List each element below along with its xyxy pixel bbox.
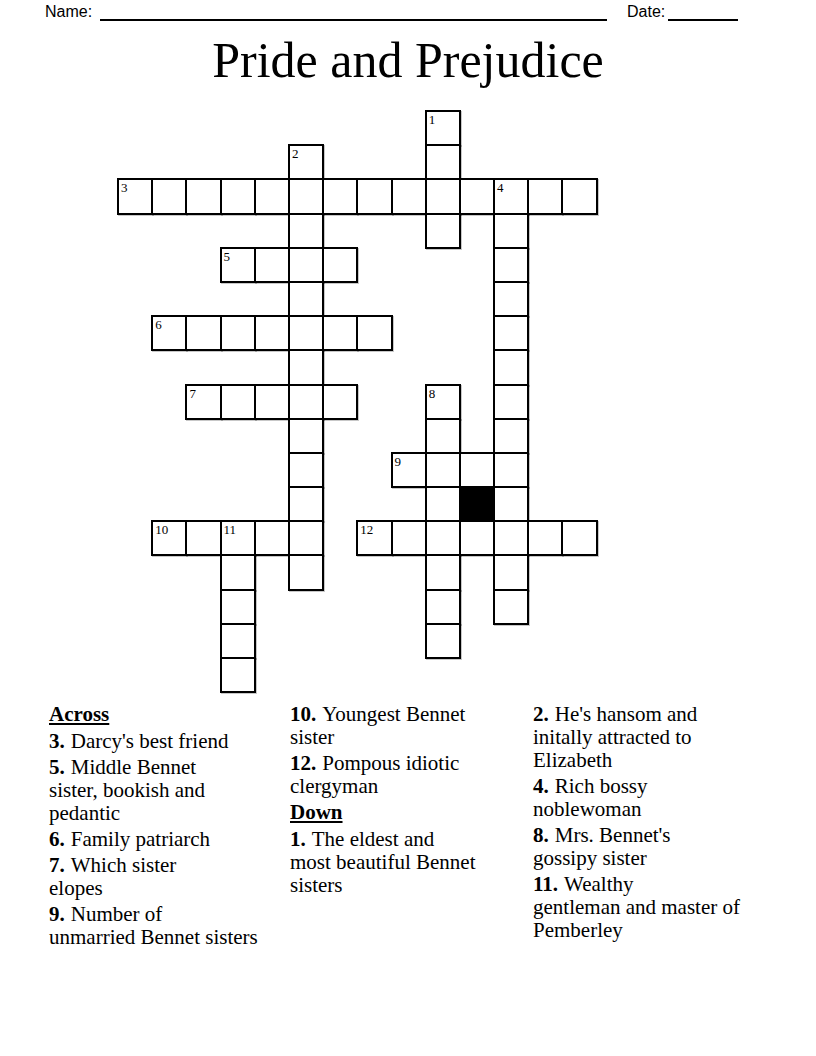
clue-list-heading: Across (49, 703, 289, 726)
clue: 12.Pompous idiotic clergyman (290, 752, 533, 798)
grid-cell[interactable] (493, 247, 529, 283)
clue-text: Wealthy gentleman and master of Pemberle… (533, 872, 740, 942)
grid-cell[interactable] (425, 520, 461, 556)
clue-number: 6 (155, 318, 162, 331)
grid-cell[interactable] (185, 520, 221, 556)
grid-cell[interactable] (425, 589, 461, 625)
grid-cell[interactable] (493, 384, 529, 420)
clue-text: Mrs. Bennet's gossipy sister (533, 823, 671, 870)
clue-text: Number of unmarried Bennet sisters (49, 902, 258, 949)
grid-cell[interactable] (254, 247, 290, 283)
grid-cell[interactable] (493, 554, 529, 590)
clue-number: 8 (429, 387, 436, 400)
clue-number: 5 (224, 250, 231, 263)
grid-cell[interactable] (220, 384, 256, 420)
grid-cell[interactable] (493, 213, 529, 249)
grid-cell[interactable] (220, 178, 256, 214)
clue-number: 7 (189, 387, 196, 400)
grid-cell[interactable] (493, 486, 529, 522)
clue-text: The eldest and most beautiful Bennet sis… (290, 827, 475, 897)
clue: 4.Rich bossy noblewoman (533, 775, 783, 821)
grid-cell[interactable] (425, 178, 461, 214)
grid-cell[interactable] (288, 418, 324, 454)
clue: 8.Mrs. Bennet's gossipy sister (533, 824, 783, 870)
clue-number-label: 2. (533, 702, 549, 726)
date-label: Date: (627, 2, 665, 21)
clue-number-label: 5. (49, 755, 65, 779)
grid-cell[interactable] (425, 213, 461, 249)
clue: 6.Family patriarch (49, 828, 289, 851)
grid-cell[interactable] (356, 315, 392, 351)
grid-cell[interactable] (288, 315, 324, 351)
grid-cell[interactable]: 1 (425, 110, 461, 146)
grid-cell[interactable]: 9 (391, 452, 427, 488)
grid-cell[interactable] (151, 178, 187, 214)
grid-cell[interactable] (493, 418, 529, 454)
grid-cell[interactable] (493, 315, 529, 351)
clue-number: 1 (429, 113, 436, 126)
clues-column-2: 10.Youngest Bennet sister12.Pompous idio… (290, 703, 533, 900)
clues-column-1: Across3.Darcy's best friend5.Middle Benn… (49, 703, 289, 952)
grid-cell[interactable] (561, 178, 597, 214)
clue-text: Family patriarch (71, 827, 210, 851)
clue: 1.The eldest and most beautiful Bennet s… (290, 828, 533, 897)
clue-number: 3 (121, 181, 128, 194)
clue-number-label: 4. (533, 774, 549, 798)
grid-cell[interactable]: 7 (185, 384, 221, 420)
grid-cell[interactable] (288, 520, 324, 556)
grid-cell[interactable] (322, 178, 358, 214)
crossword-grid: 123456789101112 (117, 110, 596, 691)
grid-cell[interactable] (254, 315, 290, 351)
grid-cell[interactable] (288, 281, 324, 317)
grid-cell[interactable] (425, 452, 461, 488)
grid-cell[interactable]: 2 (288, 144, 324, 180)
grid-cell[interactable] (322, 247, 358, 283)
clue-number-label: 9. (49, 902, 65, 926)
clue: 11.Wealthy gentleman and master of Pembe… (533, 873, 783, 942)
grid-cell[interactable]: 12 (356, 520, 392, 556)
clue: 10.Youngest Bennet sister (290, 703, 533, 749)
grid-cell[interactable] (254, 384, 290, 420)
grid-cell[interactable] (527, 520, 563, 556)
clue-list-heading: Down (290, 801, 533, 824)
clue-number: 11 (224, 523, 237, 536)
grid-cell[interactable] (322, 384, 358, 420)
clue-number-label: 6. (49, 827, 65, 851)
name-blank-line[interactable] (100, 0, 607, 21)
grid-cell[interactable] (288, 213, 324, 249)
grid-cell[interactable] (425, 486, 461, 522)
clue-number: 4 (497, 181, 504, 194)
grid-cell[interactable] (254, 520, 290, 556)
grid-cell[interactable] (493, 452, 529, 488)
clue: 5.Middle Bennet sister, bookish and peda… (49, 756, 289, 825)
clue: 3.Darcy's best friend (49, 730, 289, 753)
grid-cell[interactable]: 5 (220, 247, 256, 283)
clue-number-label: 10. (290, 702, 316, 726)
clue-number-label: 7. (49, 853, 65, 877)
grid-cell[interactable] (288, 349, 324, 385)
grid-cell[interactable] (391, 178, 427, 214)
clue-number: 10 (155, 523, 168, 536)
grid-cell[interactable] (459, 452, 495, 488)
grid-cell[interactable] (459, 520, 495, 556)
clue-text: He's hansom and initally attracted to El… (533, 702, 697, 772)
grid-cell[interactable] (493, 349, 529, 385)
grid-cell[interactable] (288, 554, 324, 590)
clue-number: 12 (360, 523, 373, 536)
clue-number-label: 11. (533, 872, 558, 896)
grid-cell[interactable] (288, 247, 324, 283)
clue: 7.Which sister elopes (49, 854, 289, 900)
grid-cell[interactable] (220, 315, 256, 351)
grid-cell[interactable] (220, 623, 256, 659)
grid-cell[interactable] (459, 178, 495, 214)
grid-cell[interactable] (220, 657, 256, 693)
grid-cell[interactable] (561, 520, 597, 556)
grid-cell[interactable] (254, 178, 290, 214)
grid-cell[interactable] (322, 315, 358, 351)
grid-cell[interactable] (220, 554, 256, 590)
grid-cell[interactable] (425, 554, 461, 590)
clue: 2.He's hansom and initally attracted to … (533, 703, 783, 772)
grid-cell[interactable] (527, 178, 563, 214)
grid-cell[interactable] (220, 589, 256, 625)
grid-cell[interactable] (288, 486, 324, 522)
clue-text: Youngest Bennet sister (290, 702, 465, 749)
grid-cell[interactable] (425, 144, 461, 180)
grid-cell[interactable] (391, 520, 427, 556)
grid-cell[interactable]: 6 (151, 315, 187, 351)
grid-cell[interactable] (288, 384, 324, 420)
grid-cell[interactable] (493, 520, 529, 556)
clues-column-3: 2.He's hansom and initally attracted to … (533, 703, 783, 945)
grid-cell[interactable] (493, 589, 529, 625)
clue: 9.Number of unmarried Bennet sisters (49, 903, 289, 949)
clue-text: Rich bossy noblewoman (533, 774, 648, 821)
grid-cell[interactable] (356, 178, 392, 214)
grid-cell[interactable] (425, 418, 461, 454)
grid-cell[interactable]: 3 (117, 178, 153, 214)
date-blank-line[interactable] (668, 0, 738, 21)
grid-cell[interactable]: 10 (151, 520, 187, 556)
clue-text: Darcy's best friend (71, 729, 229, 753)
name-label: Name: (45, 2, 92, 21)
clue-number: 2 (292, 147, 299, 160)
clue-number-label: 3. (49, 729, 65, 753)
grid-cell[interactable] (425, 623, 461, 659)
grid-cell[interactable] (185, 178, 221, 214)
clue-text: Middle Bennet sister, bookish and pedant… (49, 755, 205, 825)
black-cell (459, 486, 495, 522)
grid-cell[interactable] (288, 452, 324, 488)
grid-cell[interactable] (185, 315, 221, 351)
puzzle-title: Pride and Prejudice (0, 33, 816, 87)
grid-cell[interactable] (288, 178, 324, 214)
grid-cell[interactable] (493, 281, 529, 317)
clue-number-label: 1. (290, 827, 306, 851)
clue-number-label: 12. (290, 751, 316, 775)
clue-number: 9 (395, 455, 402, 468)
clue-number-label: 8. (533, 823, 549, 847)
worksheet-page: Name: Date: Pride and Prejudice 12345678… (0, 0, 816, 1056)
grid-cell[interactable]: 8 (425, 384, 461, 420)
grid-cell[interactable]: 4 (493, 178, 529, 214)
clue-text: Which sister elopes (49, 853, 176, 900)
grid-cell[interactable]: 11 (220, 520, 256, 556)
